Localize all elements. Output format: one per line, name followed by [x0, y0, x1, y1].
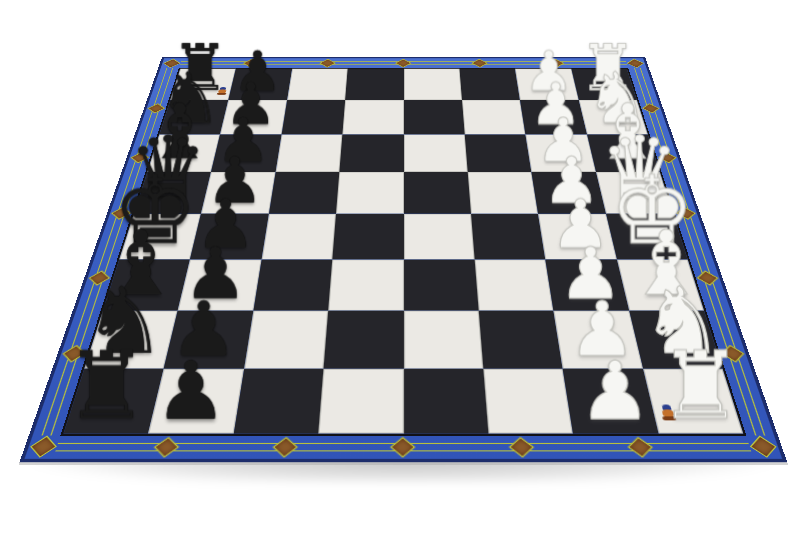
border-diamond-ornament — [395, 59, 411, 68]
square-g5[interactable] — [324, 311, 404, 369]
border-ornament-strip-bottom — [53, 436, 754, 459]
square-c4[interactable] — [404, 134, 468, 172]
border-diamond-ornament — [628, 437, 653, 458]
square-f5[interactable] — [328, 260, 403, 311]
square-a5[interactable] — [345, 69, 403, 100]
corner-diamond-ornament — [30, 436, 57, 458]
border-diamond-ornament — [509, 437, 534, 458]
square-c5[interactable] — [339, 134, 403, 172]
border-diamond-ornament — [391, 437, 416, 458]
playing-area: ♜♟♟♜♞♟♟♞♝♟♟♝♛♟♟♛♚♟♟♚♝♟♟♝♞♟♟♞♜♟♟♜ — [60, 68, 746, 436]
square-b4[interactable] — [404, 100, 465, 134]
border-diamond-ornament — [154, 437, 179, 458]
square-e5[interactable] — [332, 214, 403, 260]
square-g4[interactable] — [403, 311, 483, 369]
border-diamond-ornament — [272, 437, 297, 458]
square-h7[interactable]: ♟ — [149, 368, 244, 433]
photo-canvas: Plastic chess set on flat printed mat bo… — [0, 0, 800, 533]
border-diamond-ornament — [472, 59, 488, 68]
corner-diamond-ornament — [750, 436, 777, 458]
square-a4[interactable] — [404, 69, 462, 100]
white-rook-h1[interactable]: ♜ — [633, 338, 768, 431]
board-grid: ♜♟♟♜♞♟♟♞♝♟♟♝♛♟♟♛♚♟♟♚♝♟♟♝♞♟♟♞♜♟♟♜ — [64, 69, 744, 434]
square-d5[interactable] — [336, 172, 403, 213]
black-pawn-h7[interactable]: ♟ — [124, 351, 259, 432]
square-h5[interactable] — [318, 368, 403, 433]
chess-board-mat: ♜♟♟♜♞♟♟♞♝♟♟♝♛♟♟♛♚♟♟♚♝♟♟♝♞♟♟♞♜♟♟♜ — [19, 57, 787, 462]
square-f4[interactable] — [403, 260, 478, 311]
square-d4[interactable] — [404, 172, 471, 213]
square-h4[interactable] — [403, 368, 488, 433]
square-b5[interactable] — [342, 100, 403, 134]
square-h1[interactable]: ♜ — [643, 368, 744, 433]
perspective-scene: ♜♟♟♜♞♟♟♞♝♟♟♝♛♟♟♛♚♟♟♚♝♟♟♝♞♟♟♞♜♟♟♜ — [0, 0, 800, 533]
border-diamond-ornament — [319, 59, 335, 68]
square-e4[interactable] — [403, 214, 474, 260]
